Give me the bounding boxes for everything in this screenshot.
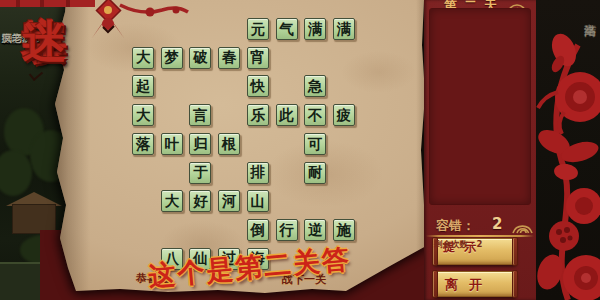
spiral-shell-icon bbox=[510, 213, 534, 237]
board-tile-可[interactable]: 可 bbox=[304, 133, 326, 155]
board-tile-大[interactable]: 大 bbox=[161, 190, 183, 212]
board-tile-大[interactable]: 大 bbox=[132, 104, 154, 126]
button-end-cap bbox=[512, 270, 518, 298]
board-tile-叶[interactable]: 叶 bbox=[161, 133, 183, 155]
hint-button[interactable]: 提示 剩余次数：2 bbox=[433, 238, 517, 265]
board-tile-快[interactable]: 快 bbox=[247, 75, 269, 97]
board-tile-倒[interactable]: 倒 bbox=[247, 219, 269, 241]
board-tile-宵[interactable]: 宵 bbox=[247, 47, 269, 69]
board-tile-大[interactable]: 大 bbox=[132, 47, 154, 69]
board-tile-落[interactable]: 落 bbox=[132, 133, 154, 155]
board-tile-气[interactable]: 气 bbox=[276, 18, 298, 40]
board-tile-春[interactable]: 春 bbox=[218, 47, 240, 69]
button-end-cap bbox=[512, 237, 518, 266]
board-tile-河[interactable]: 河 bbox=[218, 190, 240, 212]
leave-button[interactable]: 离开 bbox=[433, 271, 517, 297]
board-tile-梦[interactable]: 梦 bbox=[161, 47, 183, 69]
board-tile-施[interactable]: 施 bbox=[333, 219, 355, 241]
board-tile-乐[interactable]: 乐 bbox=[247, 104, 269, 126]
board-tile-满[interactable]: 满 bbox=[333, 18, 355, 40]
board-tile-疲[interactable]: 疲 bbox=[333, 104, 355, 126]
board-tile-山[interactable]: 山 bbox=[247, 190, 269, 212]
game-screen: 血染黄沙神秘刀医问药疯老汉 填 字 迷 元气满满大梦破春宵起快急大言乐此不疲落叶… bbox=[0, 0, 600, 300]
board-tile-于[interactable]: 于 bbox=[189, 162, 211, 184]
board-tile-此[interactable]: 此 bbox=[276, 104, 298, 126]
leave-button-label: 离开 bbox=[434, 277, 493, 292]
hint-remaining-count: 剩余次数：2 bbox=[434, 239, 482, 249]
board-tile-急[interactable]: 急 bbox=[304, 75, 326, 97]
gold-divider bbox=[426, 235, 534, 237]
board-tile-满[interactable]: 满 bbox=[304, 18, 326, 40]
papercut-flowers-decoration bbox=[534, 0, 600, 300]
board-tile-行[interactable]: 行 bbox=[276, 219, 298, 241]
board-tile-归[interactable]: 归 bbox=[189, 133, 211, 155]
board-tile-破[interactable]: 破 bbox=[189, 47, 211, 69]
board-tile-元[interactable]: 元 bbox=[247, 18, 269, 40]
board-tile-不[interactable]: 不 bbox=[304, 104, 326, 126]
board-tile-逆[interactable]: 逆 bbox=[304, 219, 326, 241]
board-tile-起[interactable]: 起 bbox=[132, 75, 154, 97]
board-tile-耐[interactable]: 耐 bbox=[304, 162, 326, 184]
red-garland-ornament bbox=[0, 0, 200, 42]
clue-area bbox=[429, 8, 531, 205]
tolerance-row: 容错： 2 bbox=[436, 215, 526, 235]
board-tile-言[interactable]: 言 bbox=[189, 104, 211, 126]
board-tile-好[interactable]: 好 bbox=[189, 190, 211, 212]
board-tile-排[interactable]: 排 bbox=[247, 162, 269, 184]
tolerance-value: 2 bbox=[492, 215, 502, 233]
tolerance-label: 容错： bbox=[436, 217, 475, 235]
side-panel: 第二天 容错： 2 提示 剩余次数：2 离开 bbox=[424, 0, 536, 300]
board-tile-根[interactable]: 根 bbox=[218, 133, 240, 155]
